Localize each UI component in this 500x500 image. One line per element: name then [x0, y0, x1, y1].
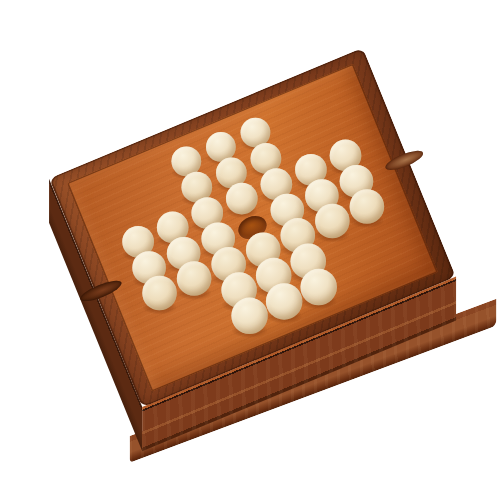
ball-r5c1[interactable]	[142, 276, 176, 310]
peg-solitaire-photo	[40, 16, 500, 500]
ball-r5c2[interactable]	[177, 262, 211, 296]
balls-layer	[53, 21, 500, 500]
ball-r5c6[interactable]	[315, 204, 349, 238]
wooden-box	[53, 21, 500, 500]
ball-r5c7[interactable]	[350, 190, 384, 224]
